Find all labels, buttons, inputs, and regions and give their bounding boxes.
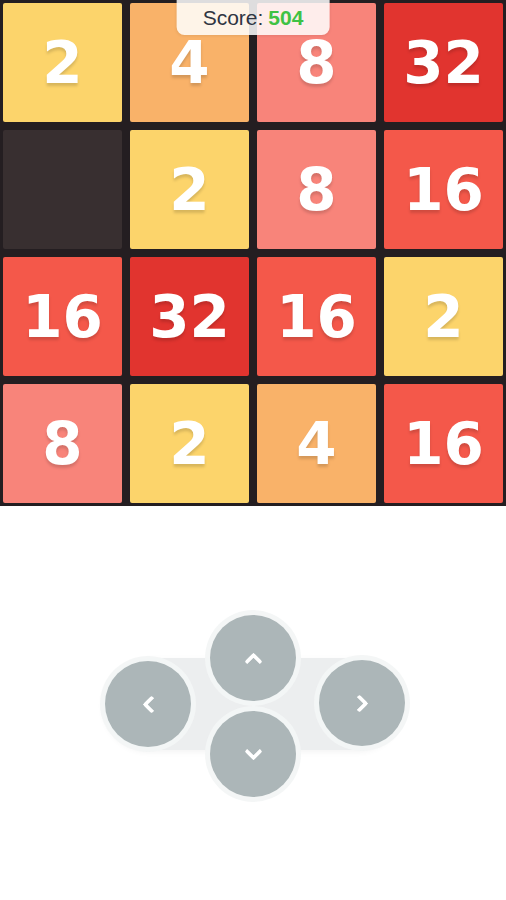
tile-r4c3-value-4: 4 xyxy=(257,384,376,503)
score-banner: Score:504 xyxy=(177,0,330,35)
tile-r1c4-value-32: 32 xyxy=(384,3,503,122)
tile-r2c3-value-8: 8 xyxy=(257,130,376,249)
dpad-left-button[interactable] xyxy=(105,661,191,747)
game-page: 248322816163216282416 Score:504 xyxy=(0,0,506,900)
tile-r3c1-value-16: 16 xyxy=(3,257,122,376)
tile-r3c3-value-16: 16 xyxy=(257,257,376,376)
dpad-up-button[interactable] xyxy=(210,615,296,701)
chevron-left-icon xyxy=(142,695,160,713)
score-value: 504 xyxy=(268,6,303,29)
tile-r4c4-value-16: 16 xyxy=(384,384,503,503)
empty-cell-r2c1 xyxy=(3,130,122,249)
tile-r3c4-value-2: 2 xyxy=(384,257,503,376)
board-grid: 248322816163216282416 xyxy=(0,0,506,506)
tile-r2c2-value-2: 2 xyxy=(130,130,249,249)
dpad-down-button[interactable] xyxy=(210,711,296,797)
tile-r3c2-value-32: 32 xyxy=(130,257,249,376)
chevron-down-icon xyxy=(244,742,262,760)
chevron-right-icon xyxy=(350,694,368,712)
dpad-right-button[interactable] xyxy=(319,660,405,746)
tile-r4c1-value-8: 8 xyxy=(3,384,122,503)
tile-r2c4-value-16: 16 xyxy=(384,130,503,249)
tile-r1c1-value-2: 2 xyxy=(3,3,122,122)
chevron-up-icon xyxy=(244,652,262,670)
tile-r4c2-value-2: 2 xyxy=(130,384,249,503)
score-label: Score: xyxy=(203,6,264,29)
